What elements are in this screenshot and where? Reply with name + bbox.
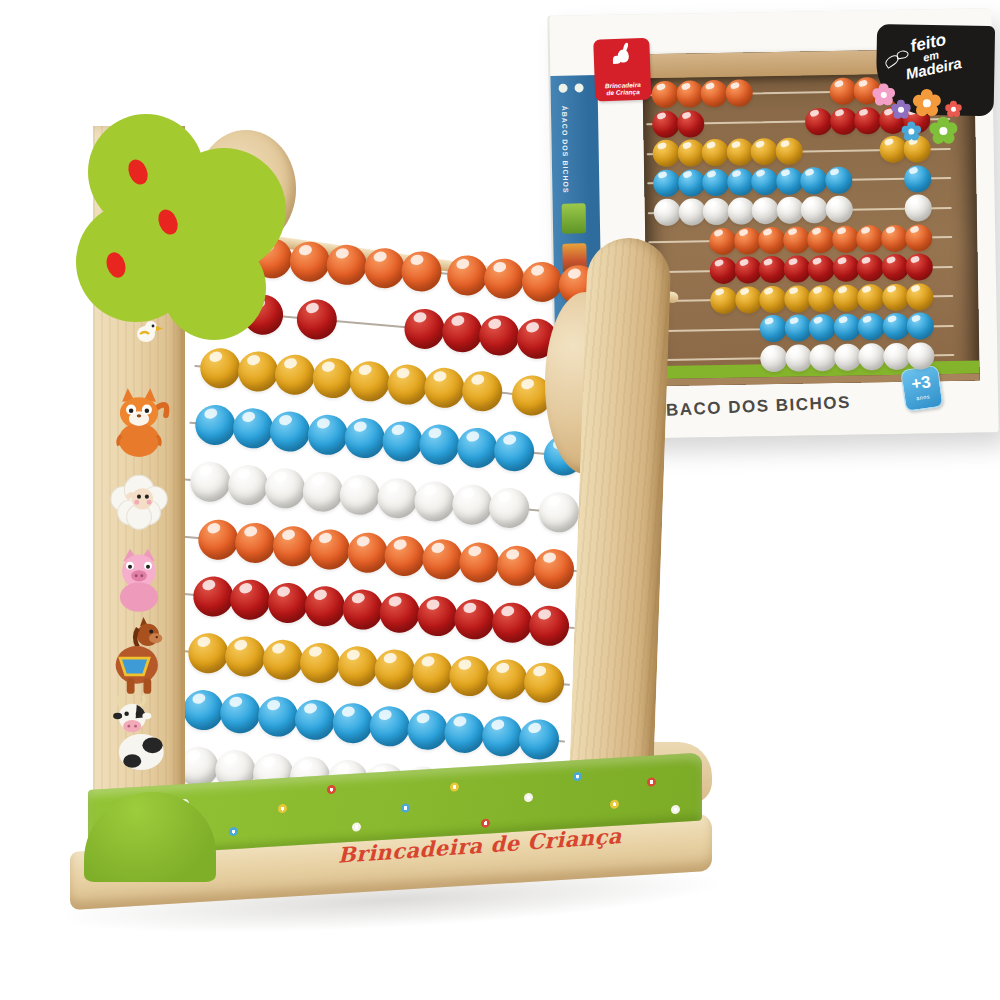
bead-blue — [480, 715, 523, 758]
bead-red — [440, 310, 483, 353]
painted-animal-stack — [101, 384, 177, 774]
bead-yellow — [298, 641, 341, 684]
bead-white — [413, 480, 456, 523]
bead-blue — [219, 692, 262, 735]
bead-yellow — [485, 658, 528, 701]
product-photo: ÁBACO DOS BICHOS Brincadeira de Criança … — [0, 0, 1000, 1000]
bead-row — [250, 237, 600, 307]
base-flower-dot — [450, 782, 459, 792]
bead-orange — [482, 257, 525, 300]
bead-orange — [271, 525, 314, 568]
base-flower-dot — [481, 818, 490, 828]
bead-yellow — [385, 363, 428, 406]
bead-blue — [181, 688, 224, 731]
base-flower-dot — [573, 772, 582, 782]
bead-yellow — [261, 638, 304, 681]
bead-orange — [532, 547, 575, 590]
painted-sheep-icon — [103, 460, 175, 540]
bead-red — [229, 578, 272, 621]
base-flower-dot — [278, 804, 287, 814]
bead-yellow — [236, 350, 279, 393]
bead-yellow — [336, 645, 379, 688]
bead-blue — [405, 708, 448, 751]
bead-blue — [194, 403, 237, 446]
bead-red — [453, 598, 496, 641]
bead-orange — [233, 521, 276, 564]
bead-yellow — [448, 654, 491, 697]
bead-white — [263, 467, 306, 510]
bead-orange — [445, 254, 488, 297]
base-flower-dot — [327, 784, 336, 794]
bead-blue — [231, 407, 274, 450]
bead-blue — [293, 698, 336, 741]
bead-orange — [346, 531, 389, 574]
bead-orange — [458, 541, 501, 584]
bead-red — [415, 594, 458, 637]
bead-white — [189, 460, 232, 503]
bead-orange — [288, 240, 331, 283]
bead-yellow — [311, 356, 354, 399]
bead-white — [537, 491, 580, 534]
bead-white — [301, 470, 344, 513]
bead-orange — [400, 250, 443, 293]
bead-blue — [368, 705, 411, 748]
bead-red — [341, 588, 384, 631]
bead-red — [295, 298, 338, 341]
bead-yellow — [423, 366, 466, 409]
bead-yellow — [522, 661, 565, 704]
bead-blue — [306, 413, 349, 456]
bead-blue — [343, 416, 386, 459]
bead-blue — [380, 420, 423, 463]
painted-cat-icon — [103, 382, 175, 462]
bead-orange — [196, 518, 239, 561]
bead-yellow — [273, 353, 316, 396]
painted-pig-icon — [103, 538, 175, 618]
bead-blue — [492, 429, 535, 472]
bead-blue — [268, 410, 311, 453]
base-flower-dot — [352, 822, 361, 832]
bead-white — [488, 486, 531, 529]
bead-red — [191, 575, 234, 618]
bead-red — [527, 604, 570, 647]
bead-orange — [325, 243, 368, 286]
bead-orange — [308, 528, 351, 571]
bead-blue — [443, 711, 486, 754]
bead-group — [199, 347, 504, 413]
bead-white — [226, 463, 269, 506]
bead-group — [189, 460, 531, 529]
base-flower-dot — [671, 805, 680, 815]
bead-yellow — [410, 651, 453, 694]
bead-blue — [455, 426, 498, 469]
painted-cow-icon — [103, 694, 175, 774]
bead-orange — [495, 544, 538, 587]
base-flower-dot — [229, 827, 238, 837]
abacus: Brincadeira de Criança — [0, 0, 1000, 1000]
bead-blue — [517, 718, 560, 761]
bead-red — [378, 591, 421, 634]
base-flower-dot — [610, 800, 619, 810]
bead-orange — [420, 538, 463, 581]
bead-yellow — [199, 347, 242, 390]
bead-blue — [418, 423, 461, 466]
bead-white — [375, 476, 418, 519]
bead-orange — [520, 260, 563, 303]
base-flower-dot — [524, 793, 533, 803]
bead-group — [537, 491, 580, 534]
bead-red — [266, 581, 309, 624]
painted-horse-icon — [103, 616, 175, 696]
bead-blue — [331, 701, 374, 744]
bead-white — [450, 483, 493, 526]
bead-yellow — [348, 360, 391, 403]
bead-white — [338, 473, 381, 516]
bead-yellow — [186, 632, 229, 675]
bead-yellow — [460, 369, 503, 412]
bead-yellow — [373, 648, 416, 691]
bead-blue — [256, 695, 299, 738]
bead-red — [303, 585, 346, 628]
bead-group — [194, 403, 536, 472]
base-flower-dot — [647, 778, 656, 788]
bead-red — [403, 307, 446, 350]
bead-red — [477, 314, 520, 357]
bead-yellow — [224, 635, 267, 678]
base-flower-dot — [401, 803, 410, 813]
bead-group — [295, 298, 338, 341]
bead-orange — [383, 534, 426, 577]
bead-orange — [362, 246, 405, 289]
bead-red — [490, 601, 533, 644]
apple-tree-decoration — [76, 110, 292, 342]
